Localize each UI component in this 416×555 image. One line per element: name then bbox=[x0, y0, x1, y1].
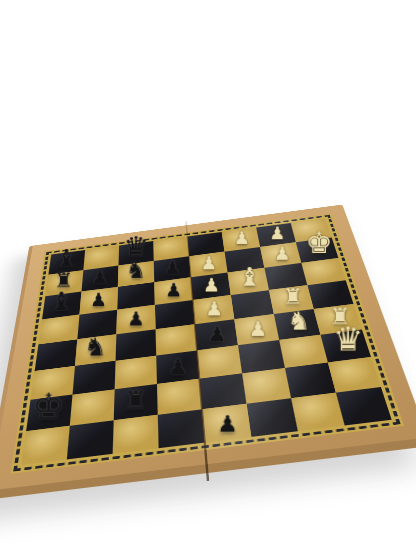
black-pawn: ♟ bbox=[164, 259, 181, 277]
square-a3 bbox=[246, 398, 297, 437]
black-pawn: ♟ bbox=[217, 413, 238, 436]
black-knight: ♞ bbox=[84, 335, 107, 360]
white-pawn: ♟ bbox=[203, 276, 220, 295]
black-pawn: ♟ bbox=[127, 309, 145, 328]
black-pawn: ♟ bbox=[90, 291, 107, 310]
square-b7 bbox=[70, 389, 115, 425]
square-b8: ♚ bbox=[26, 395, 72, 432]
square-d6 bbox=[116, 329, 157, 360]
board-inlay: ♝♛♟♟♜♟♞♟♟♟♚♝♟♟♟♝♟♟♜♞♟♟♞♜♟♛♚♜♟ bbox=[11, 213, 405, 473]
white-pawn: ♟ bbox=[249, 319, 268, 339]
white-queen: ♛ bbox=[333, 323, 363, 356]
square-c3 bbox=[238, 340, 285, 373]
square-b1 bbox=[328, 357, 381, 393]
square-a4: ♟ bbox=[202, 404, 251, 443]
square-f6 bbox=[117, 282, 155, 310]
square-a5 bbox=[158, 409, 205, 448]
square-b6: ♜ bbox=[114, 384, 158, 420]
wooden-frame: ♝♛♟♟♜♟♞♟♟♟♚♝♟♟♟♝♟♟♜♞♟♟♞♜♟♛♚♜♟ bbox=[0, 205, 416, 501]
square-a1 bbox=[336, 387, 392, 425]
white-bishop: ♝ bbox=[238, 264, 262, 289]
square-d5 bbox=[156, 324, 198, 355]
square-c4 bbox=[197, 345, 242, 378]
chess-set: ♝♛♟♟♜♟♞♟♟♟♚♝♟♟♟♝♟♟♜♞♟♟♞♜♟♛♚♜♟ bbox=[0, 205, 416, 501]
white-king: ♚ bbox=[306, 228, 333, 257]
chess-board: ♝♛♟♟♜♟♞♟♟♟♚♝♟♟♟♝♟♟♜♞♟♟♞♜♟♛♚♜♟ bbox=[21, 218, 391, 465]
square-d8 bbox=[35, 339, 78, 371]
black-knight: ♞ bbox=[126, 259, 147, 282]
white-pawn: ♟ bbox=[274, 245, 291, 263]
black-pawn: ♟ bbox=[92, 269, 109, 287]
square-a6 bbox=[113, 415, 159, 454]
white-knight: ♞ bbox=[287, 308, 310, 333]
white-pawn: ♟ bbox=[205, 299, 223, 318]
square-f1 bbox=[301, 258, 345, 285]
photo-stage: ♝♛♟♟♜♟♞♟♟♟♚♝♟♟♟♝♟♟♜♞♟♟♞♜♟♛♚♜♟ bbox=[0, 0, 416, 555]
black-bishop: ♝ bbox=[49, 289, 72, 314]
black-pawn: ♟ bbox=[208, 324, 226, 344]
black-pawn: ♟ bbox=[165, 281, 182, 300]
black-rook: ♜ bbox=[124, 388, 147, 413]
black-bishop: ♝ bbox=[55, 246, 77, 270]
square-e4: ♟ bbox=[193, 295, 235, 324]
white-pawn: ♟ bbox=[201, 254, 218, 272]
white-rook: ♜ bbox=[283, 286, 304, 308]
white-pawn: ♟ bbox=[234, 229, 250, 246]
square-a7 bbox=[67, 420, 114, 459]
square-c1: ♛ bbox=[320, 329, 371, 362]
square-e8 bbox=[38, 315, 79, 345]
black-king: ♚ bbox=[32, 389, 65, 424]
square-e6: ♟ bbox=[116, 305, 155, 334]
square-f5: ♟ bbox=[154, 277, 192, 304]
square-f3: ♝ bbox=[228, 268, 269, 295]
square-b2 bbox=[285, 363, 336, 399]
square-d3: ♟ bbox=[234, 314, 279, 345]
black-pawn: ♟ bbox=[168, 357, 187, 378]
square-a8 bbox=[21, 426, 70, 465]
white-pawn: ♟ bbox=[269, 225, 285, 242]
